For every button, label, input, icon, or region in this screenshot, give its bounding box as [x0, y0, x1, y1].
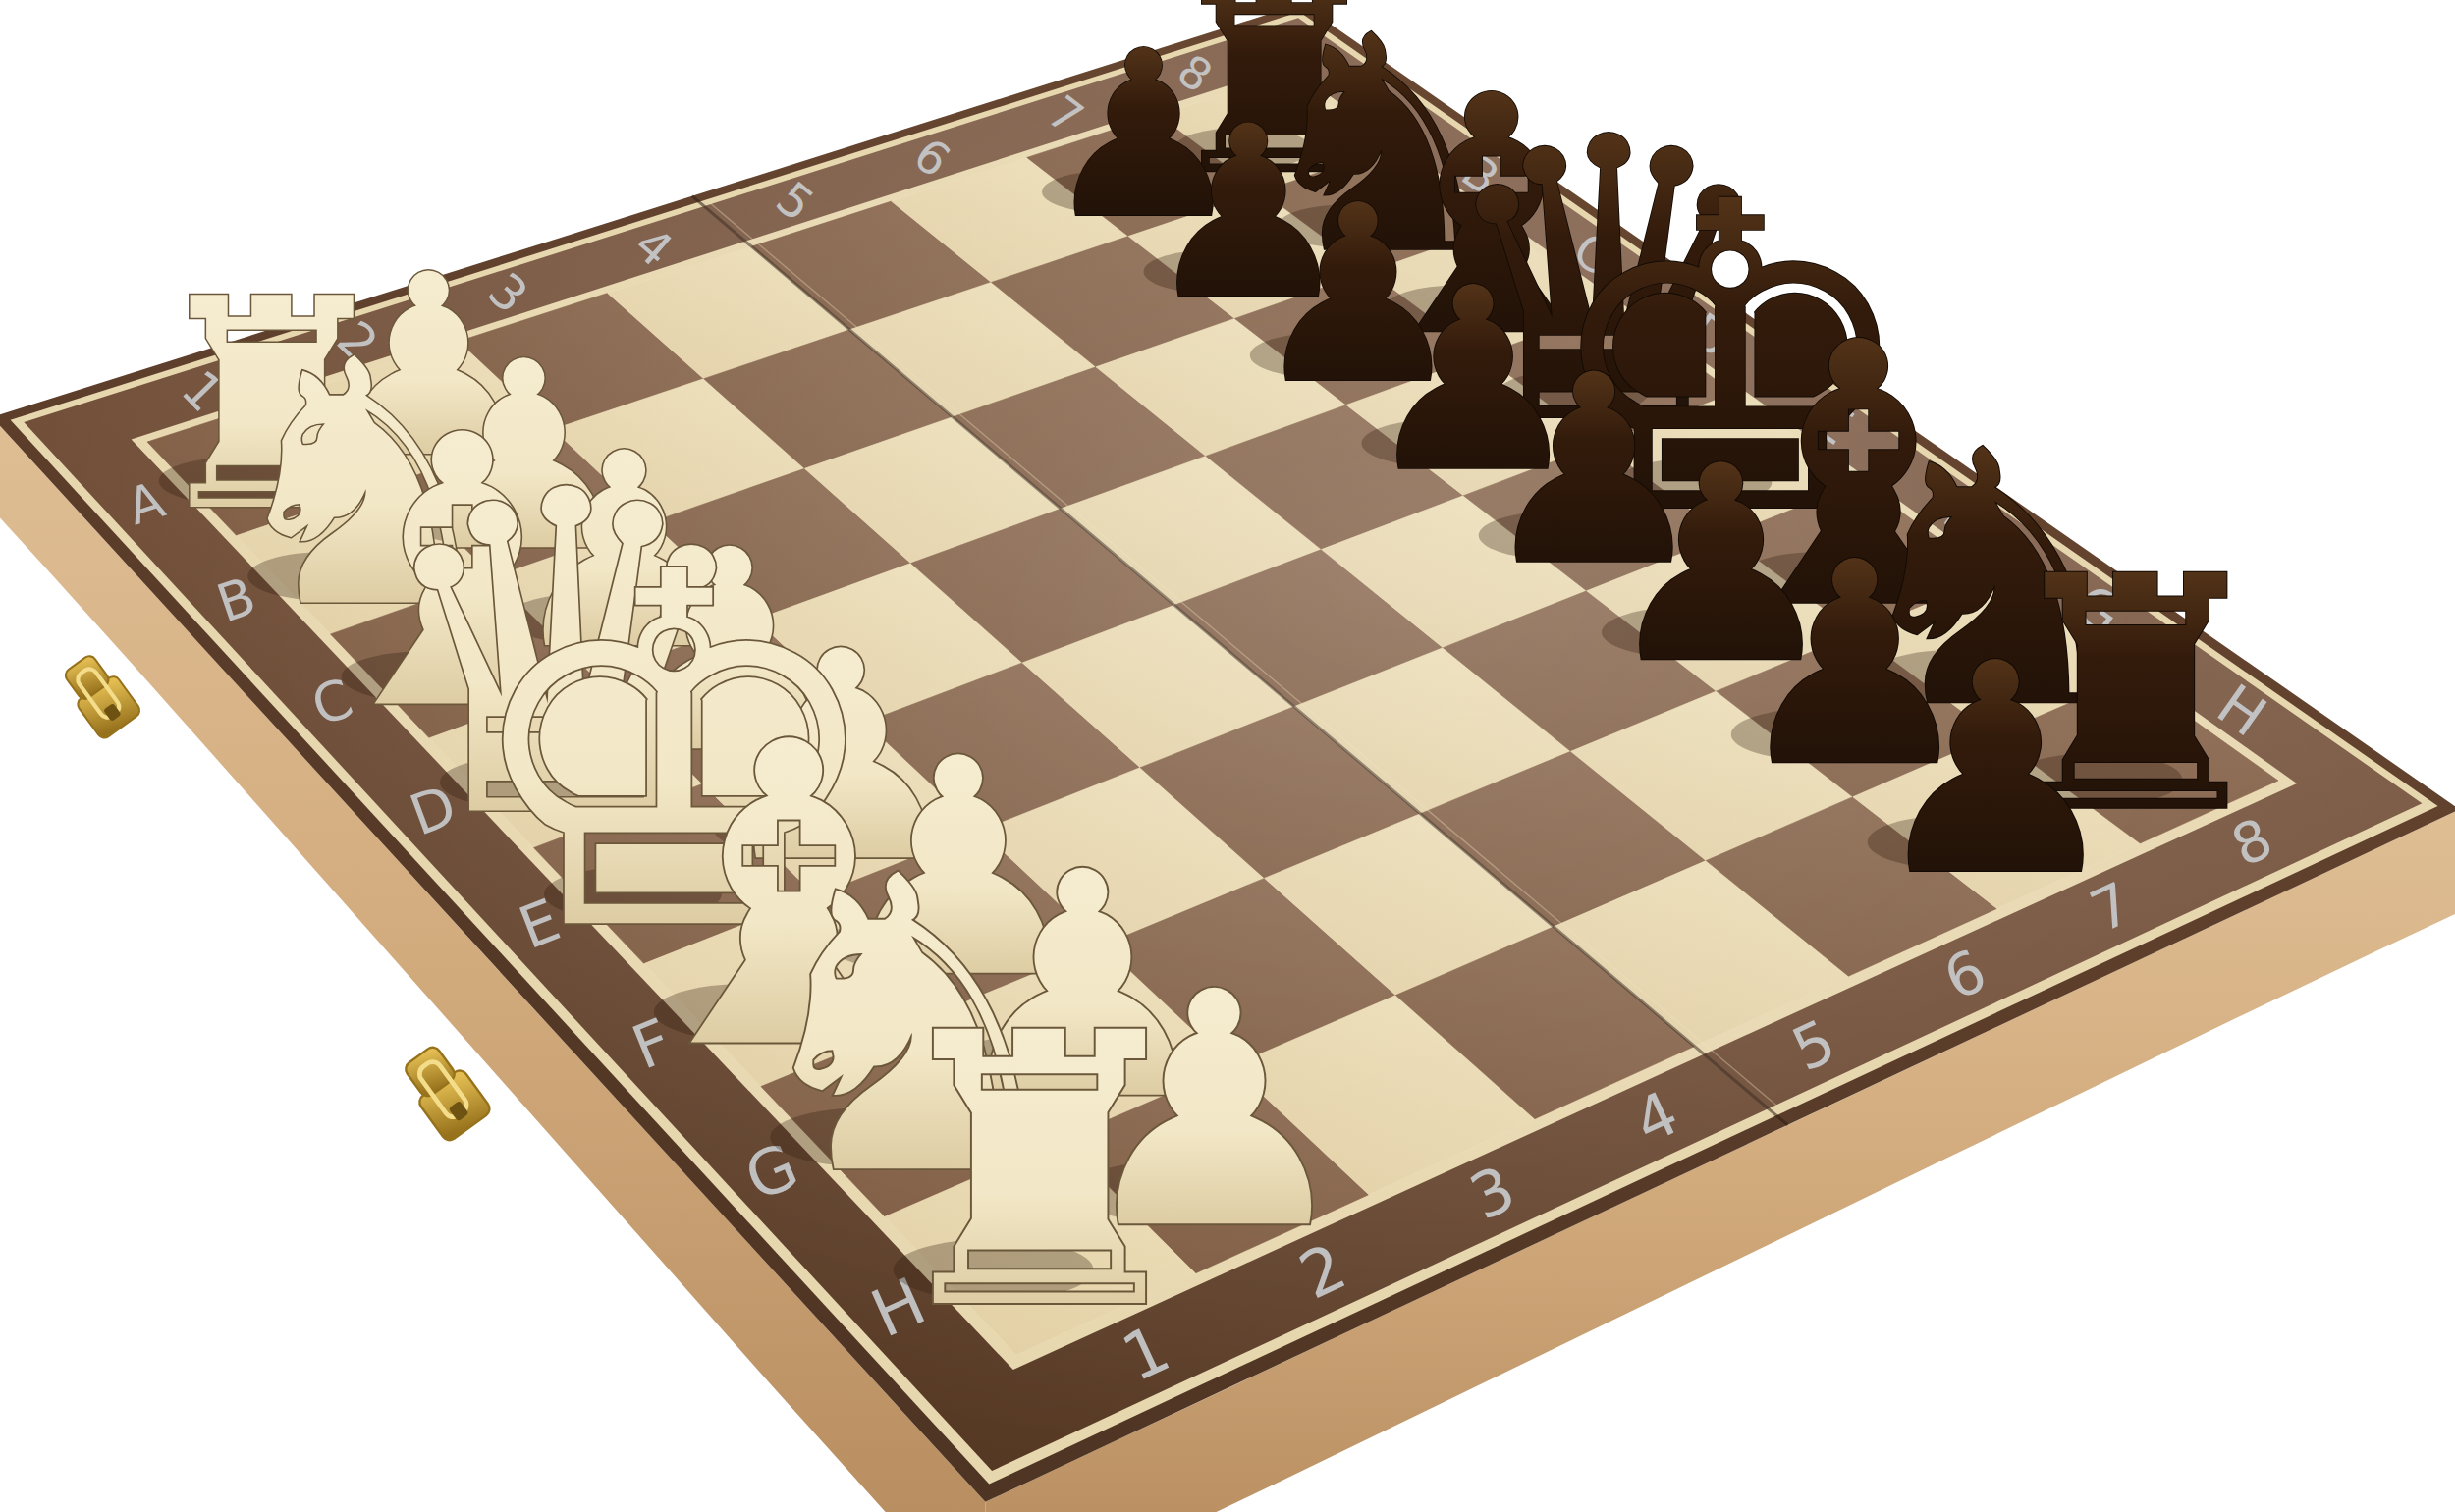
brass-clasp-lower [396, 1040, 493, 1144]
piece-white-rook-h1[interactable]: ♜ [871, 954, 1208, 1391]
chess-board: 12345678ABCDEFGHABCDEFGH12345678♜♟♞♟♝♟♛♟… [0, 0, 2455, 1512]
product-photo-scene: 12345678ABCDEFGHABCDEFGH12345678♜♟♞♟♝♟♛♟… [0, 0, 2455, 1512]
piece-black-pawn-h7[interactable]: ♟ [1866, 602, 2126, 940]
brass-clasp-upper [57, 649, 142, 740]
